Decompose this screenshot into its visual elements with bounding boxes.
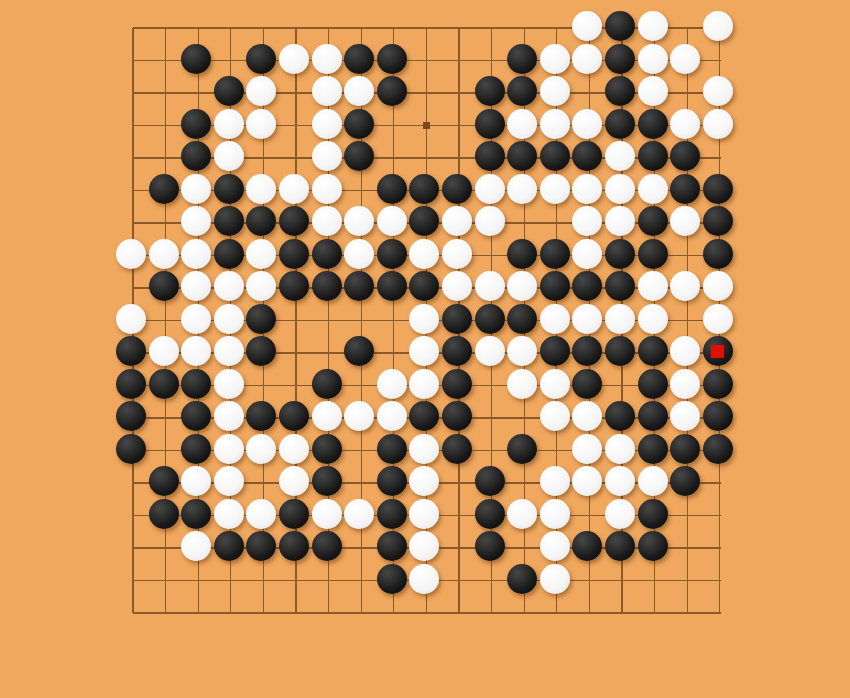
white-stone (540, 304, 570, 334)
white-stone (670, 44, 700, 74)
white-stone (312, 76, 342, 106)
black-stone (246, 44, 276, 74)
black-stone (312, 369, 342, 399)
black-stone (507, 564, 537, 594)
black-stone (475, 531, 505, 561)
white-stone (540, 369, 570, 399)
white-stone (181, 271, 211, 301)
white-stone (246, 76, 276, 106)
white-stone (605, 466, 635, 496)
white-stone (572, 11, 602, 41)
white-stone (572, 206, 602, 236)
black-stone (409, 271, 439, 301)
white-stone (540, 564, 570, 594)
white-stone (181, 336, 211, 366)
white-stone (181, 304, 211, 334)
white-stone (377, 206, 407, 236)
white-stone (540, 44, 570, 74)
black-stone (442, 401, 472, 431)
white-stone (312, 174, 342, 204)
white-stone (377, 369, 407, 399)
white-stone (214, 434, 244, 464)
white-stone (507, 174, 537, 204)
black-stone (703, 174, 733, 204)
black-stone (312, 239, 342, 269)
white-stone (409, 499, 439, 529)
white-stone (572, 109, 602, 139)
white-stone (344, 76, 374, 106)
white-stone (507, 499, 537, 529)
white-stone (279, 434, 309, 464)
black-stone (409, 206, 439, 236)
white-stone (214, 466, 244, 496)
white-stone (312, 44, 342, 74)
black-stone (279, 239, 309, 269)
black-stone (181, 401, 211, 431)
black-stone (507, 44, 537, 74)
black-stone (703, 206, 733, 236)
black-stone (344, 109, 374, 139)
white-stone (442, 239, 472, 269)
white-stone (409, 336, 439, 366)
white-stone (572, 174, 602, 204)
black-stone (149, 271, 179, 301)
white-stone (149, 336, 179, 366)
black-stone (377, 271, 407, 301)
black-stone (670, 466, 700, 496)
white-stone (214, 109, 244, 139)
white-stone (638, 44, 668, 74)
black-stone (605, 11, 635, 41)
black-stone (377, 174, 407, 204)
white-stone (116, 239, 146, 269)
black-stone (149, 499, 179, 529)
white-stone (344, 239, 374, 269)
white-stone (703, 76, 733, 106)
white-stone (605, 141, 635, 171)
black-stone (344, 336, 374, 366)
black-stone (605, 531, 635, 561)
black-stone (475, 76, 505, 106)
white-stone (475, 174, 505, 204)
white-stone (409, 239, 439, 269)
white-stone (312, 499, 342, 529)
black-stone (703, 401, 733, 431)
white-stone (181, 466, 211, 496)
black-stone (670, 434, 700, 464)
white-stone (638, 271, 668, 301)
board-gridline-horizontal (133, 612, 721, 613)
black-stone (638, 206, 668, 236)
white-stone (214, 401, 244, 431)
black-stone (442, 434, 472, 464)
black-stone (670, 174, 700, 204)
black-stone (638, 401, 668, 431)
white-stone (214, 304, 244, 334)
black-stone (605, 109, 635, 139)
white-stone (670, 336, 700, 366)
black-stone (116, 434, 146, 464)
white-stone (605, 174, 635, 204)
black-stone (377, 499, 407, 529)
white-stone (442, 206, 472, 236)
black-stone (638, 531, 668, 561)
white-stone (409, 304, 439, 334)
black-stone (507, 239, 537, 269)
white-stone (409, 466, 439, 496)
black-stone (605, 271, 635, 301)
black-stone (377, 434, 407, 464)
white-stone (214, 336, 244, 366)
white-stone (442, 271, 472, 301)
white-stone (572, 434, 602, 464)
black-stone (572, 336, 602, 366)
white-stone (540, 401, 570, 431)
black-stone (214, 239, 244, 269)
white-stone (344, 499, 374, 529)
black-stone (214, 531, 244, 561)
black-stone (638, 141, 668, 171)
black-stone (344, 271, 374, 301)
black-stone (377, 239, 407, 269)
black-stone (540, 271, 570, 301)
black-stone (605, 401, 635, 431)
black-stone (181, 109, 211, 139)
white-stone (605, 304, 635, 334)
white-stone (540, 109, 570, 139)
black-stone (377, 76, 407, 106)
white-stone (181, 531, 211, 561)
black-stone (116, 401, 146, 431)
black-stone (605, 336, 635, 366)
white-stone (214, 141, 244, 171)
white-stone (703, 271, 733, 301)
black-stone (312, 434, 342, 464)
white-stone (344, 206, 374, 236)
black-stone (572, 369, 602, 399)
black-stone (181, 141, 211, 171)
white-stone (638, 11, 668, 41)
black-stone (312, 531, 342, 561)
black-stone (149, 466, 179, 496)
white-stone (507, 369, 537, 399)
black-stone (475, 499, 505, 529)
white-stone (409, 531, 439, 561)
white-stone (246, 239, 276, 269)
white-stone (605, 206, 635, 236)
white-stone (605, 499, 635, 529)
white-stone (670, 271, 700, 301)
black-stone (605, 44, 635, 74)
white-stone (670, 369, 700, 399)
black-stone (703, 434, 733, 464)
black-stone (246, 304, 276, 334)
white-stone (409, 369, 439, 399)
white-stone (344, 401, 374, 431)
white-stone (572, 239, 602, 269)
white-stone (377, 401, 407, 431)
black-stone (409, 401, 439, 431)
black-stone (442, 174, 472, 204)
black-stone (116, 336, 146, 366)
white-stone (312, 206, 342, 236)
white-stone (116, 304, 146, 334)
white-stone (703, 11, 733, 41)
black-stone (475, 304, 505, 334)
white-stone (572, 466, 602, 496)
white-stone (246, 174, 276, 204)
white-stone (246, 434, 276, 464)
black-stone (670, 141, 700, 171)
black-stone (638, 369, 668, 399)
black-stone (246, 401, 276, 431)
white-stone (638, 76, 668, 106)
star-point (423, 122, 430, 129)
white-stone (507, 271, 537, 301)
black-stone (279, 271, 309, 301)
white-stone (638, 174, 668, 204)
black-stone (116, 369, 146, 399)
white-stone (181, 174, 211, 204)
black-stone (442, 304, 472, 334)
black-stone (507, 434, 537, 464)
white-stone (475, 271, 505, 301)
white-stone (181, 206, 211, 236)
black-stone (507, 76, 537, 106)
black-stone (214, 76, 244, 106)
black-stone (246, 531, 276, 561)
black-stone (279, 401, 309, 431)
black-stone (377, 531, 407, 561)
white-stone (638, 304, 668, 334)
white-stone (409, 564, 439, 594)
black-stone (377, 44, 407, 74)
black-stone (572, 141, 602, 171)
white-stone (312, 401, 342, 431)
white-stone (246, 109, 276, 139)
black-stone (246, 336, 276, 366)
black-stone (279, 206, 309, 236)
black-stone (572, 531, 602, 561)
black-stone (638, 499, 668, 529)
white-stone (214, 271, 244, 301)
black-stone (377, 466, 407, 496)
black-stone (149, 174, 179, 204)
black-stone (409, 174, 439, 204)
white-stone (540, 76, 570, 106)
black-stone (344, 141, 374, 171)
white-stone (475, 336, 505, 366)
white-stone (246, 499, 276, 529)
white-stone (540, 531, 570, 561)
white-stone (670, 206, 700, 236)
white-stone (181, 239, 211, 269)
black-stone (540, 239, 570, 269)
black-stone (181, 44, 211, 74)
white-stone (572, 401, 602, 431)
white-stone (507, 336, 537, 366)
black-stone (214, 206, 244, 236)
white-stone (670, 401, 700, 431)
white-stone (214, 499, 244, 529)
black-stone (540, 141, 570, 171)
white-stone (279, 466, 309, 496)
white-stone (605, 434, 635, 464)
white-stone (312, 109, 342, 139)
black-stone (638, 336, 668, 366)
white-stone (475, 206, 505, 236)
black-stone (475, 466, 505, 496)
white-stone (409, 434, 439, 464)
black-stone (312, 271, 342, 301)
white-stone (149, 239, 179, 269)
black-stone (442, 336, 472, 366)
black-stone (246, 206, 276, 236)
black-stone (703, 239, 733, 269)
black-stone (475, 141, 505, 171)
white-stone (638, 466, 668, 496)
white-stone (572, 304, 602, 334)
black-stone (507, 141, 537, 171)
white-stone (214, 369, 244, 399)
black-stone (442, 369, 472, 399)
black-stone (181, 369, 211, 399)
black-stone (312, 466, 342, 496)
black-stone (605, 239, 635, 269)
black-stone (572, 271, 602, 301)
black-stone (377, 564, 407, 594)
black-stone (638, 109, 668, 139)
black-stone (638, 434, 668, 464)
black-stone (605, 76, 635, 106)
white-stone (540, 174, 570, 204)
black-stone (703, 369, 733, 399)
last-move-marker (711, 345, 724, 358)
white-stone (540, 499, 570, 529)
black-stone (214, 174, 244, 204)
black-stone (279, 531, 309, 561)
go-board[interactable] (0, 0, 850, 698)
black-stone (181, 434, 211, 464)
black-stone (507, 304, 537, 334)
white-stone (312, 141, 342, 171)
white-stone (246, 271, 276, 301)
black-stone (181, 499, 211, 529)
black-stone (344, 44, 374, 74)
black-stone (279, 499, 309, 529)
white-stone (703, 109, 733, 139)
white-stone (572, 44, 602, 74)
black-stone (149, 369, 179, 399)
white-stone (540, 466, 570, 496)
black-stone (475, 109, 505, 139)
white-stone (279, 174, 309, 204)
white-stone (279, 44, 309, 74)
black-stone (540, 336, 570, 366)
white-stone (703, 304, 733, 334)
black-stone (638, 239, 668, 269)
white-stone (670, 109, 700, 139)
white-stone (507, 109, 537, 139)
